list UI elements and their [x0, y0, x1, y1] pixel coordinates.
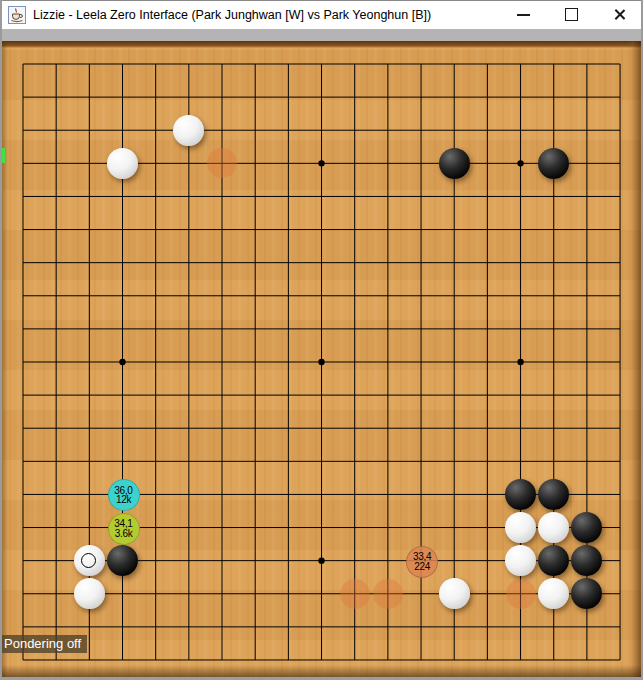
candidate-winrate: 33,4	[413, 552, 431, 562]
title-bar: Lizzie - Leela Zero Interface (Park Jung…	[0, 0, 643, 29]
pondering-status: Pondering off	[0, 635, 87, 653]
candidate-move-L3[interactable]	[340, 579, 370, 609]
pondering-status-text: Pondering off	[4, 636, 81, 651]
star-point	[517, 359, 523, 365]
stone-black-R6	[538, 479, 569, 510]
stone-white-C3	[74, 578, 105, 609]
stone-white-Q5	[505, 512, 536, 543]
stone-white-C4	[74, 545, 105, 576]
candidate-move-D6[interactable]: 36,012k	[108, 479, 140, 511]
close-icon	[613, 8, 626, 21]
lizzie-window: Lizzie - Leela Zero Interface (Park Jung…	[0, 0, 643, 680]
window-title: Lizzie - Leela Zero Interface (Park Jung…	[33, 8, 431, 22]
stone-white-O3	[439, 578, 470, 609]
stone-white-Q4	[505, 545, 536, 576]
star-point	[318, 359, 324, 365]
go-board[interactable]: 36,012k34,13.6k33,4224 Pondering off	[0, 41, 643, 680]
candidate-winrate: 34,1	[114, 519, 132, 529]
close-button[interactable]	[595, 0, 643, 29]
stone-black-Q6	[505, 479, 536, 510]
last-move-marker	[81, 553, 96, 568]
java-coffee-cup-icon	[8, 6, 26, 24]
candidate-visits: 12k	[116, 495, 131, 505]
maximize-icon	[565, 8, 578, 21]
menu-strip	[0, 29, 643, 41]
stone-black-O16	[439, 148, 470, 179]
candidate-winrate: 36,0	[114, 486, 132, 496]
candidate-move-M3[interactable]	[373, 579, 403, 609]
star-point	[318, 160, 324, 166]
stone-white-D16	[107, 148, 138, 179]
maximize-button[interactable]	[547, 0, 595, 29]
star-point	[318, 557, 324, 563]
minimize-icon	[517, 14, 530, 16]
stone-black-D4	[107, 545, 138, 576]
minimize-button[interactable]	[499, 0, 547, 29]
candidate-visits: 224	[414, 562, 430, 572]
window-controls	[499, 0, 643, 29]
stone-black-R16	[538, 148, 569, 179]
candidate-move-Q3[interactable]	[506, 579, 536, 609]
star-point	[119, 359, 125, 365]
stone-white-F17	[173, 115, 204, 146]
star-point	[517, 160, 523, 166]
candidate-move-N4[interactable]: 33,4224	[406, 546, 438, 578]
window-border-left	[0, 0, 2, 680]
candidate-visits: 3.6k	[115, 529, 133, 539]
candidate-move-D5[interactable]: 34,13.6k	[108, 513, 140, 545]
